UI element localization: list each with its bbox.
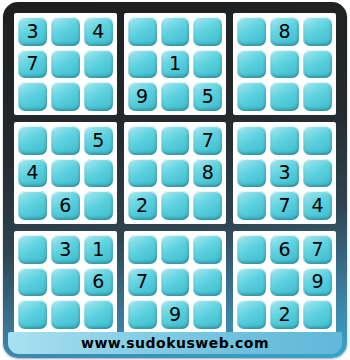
cell-r3c7[interactable] [237, 82, 266, 111]
cell-r2c5[interactable]: 1 [161, 50, 190, 79]
cell-r9c5[interactable]: 9 [161, 300, 190, 329]
cell-r6c9[interactable]: 4 [303, 191, 332, 220]
cell-r2c9[interactable] [303, 50, 332, 79]
cell-r3c9[interactable] [303, 82, 332, 111]
cell-r9c2[interactable] [51, 300, 80, 329]
footer-bar: www.sudokusweb.com [8, 332, 342, 354]
cell-r9c8[interactable]: 2 [270, 300, 299, 329]
cell-r8c2[interactable] [51, 268, 80, 297]
cell-r9c6[interactable] [193, 300, 222, 329]
sudoku-box-1-1: 782 [124, 122, 227, 224]
cell-r2c7[interactable] [237, 50, 266, 79]
cell-r2c4[interactable] [128, 50, 157, 79]
cell-r4c6[interactable]: 7 [193, 126, 222, 155]
sudoku-box-1-0: 546 [14, 122, 117, 224]
sudoku-box-2-0: 316 [14, 231, 117, 333]
cell-r5c1[interactable]: 4 [18, 159, 47, 188]
cell-r3c6[interactable]: 5 [193, 82, 222, 111]
cell-r3c2[interactable] [51, 82, 80, 111]
cell-r4c9[interactable] [303, 126, 332, 155]
cell-r4c4[interactable] [128, 126, 157, 155]
cell-r3c8[interactable] [270, 82, 299, 111]
cell-r8c6[interactable] [193, 268, 222, 297]
cell-r5c4[interactable] [128, 159, 157, 188]
cell-r7c7[interactable] [237, 235, 266, 264]
cell-r3c1[interactable] [18, 82, 47, 111]
cell-r7c6[interactable] [193, 235, 222, 264]
cell-r5c8[interactable]: 3 [270, 159, 299, 188]
cell-r9c7[interactable] [237, 300, 266, 329]
cell-r4c7[interactable] [237, 126, 266, 155]
cell-r4c3[interactable]: 5 [84, 126, 113, 155]
cell-r8c1[interactable] [18, 268, 47, 297]
cell-r5c9[interactable] [303, 159, 332, 188]
cell-r1c6[interactable] [193, 17, 222, 46]
cell-r8c7[interactable] [237, 268, 266, 297]
cell-r4c5[interactable] [161, 126, 190, 155]
cell-r5c5[interactable] [161, 159, 190, 188]
sudoku-box-2-2: 6792 [233, 231, 336, 333]
sudoku-board: 3471958546782374316796792 www.sudokusweb… [3, 2, 347, 358]
cell-r1c2[interactable] [51, 17, 80, 46]
cell-r1c7[interactable] [237, 17, 266, 46]
cell-r7c9[interactable]: 7 [303, 235, 332, 264]
sudoku-box-1-2: 374 [233, 122, 336, 224]
cell-r7c1[interactable] [18, 235, 47, 264]
cell-r2c1[interactable]: 7 [18, 50, 47, 79]
cell-r3c4[interactable]: 9 [128, 82, 157, 111]
cell-r3c3[interactable] [84, 82, 113, 111]
cell-r2c6[interactable] [193, 50, 222, 79]
cell-r1c3[interactable]: 4 [84, 17, 113, 46]
cell-r2c8[interactable] [270, 50, 299, 79]
cell-r8c4[interactable]: 7 [128, 268, 157, 297]
cell-r7c5[interactable] [161, 235, 190, 264]
cell-r2c2[interactable] [51, 50, 80, 79]
cell-r6c1[interactable] [18, 191, 47, 220]
cell-r8c9[interactable]: 9 [303, 268, 332, 297]
cell-r3c5[interactable] [161, 82, 190, 111]
sudoku-box-0-1: 195 [124, 13, 227, 115]
sudoku-box-0-0: 347 [14, 13, 117, 115]
cell-r6c7[interactable] [237, 191, 266, 220]
cell-r2c3[interactable] [84, 50, 113, 79]
sudoku-box-2-1: 79 [124, 231, 227, 333]
cell-r7c4[interactable] [128, 235, 157, 264]
cell-r6c6[interactable] [193, 191, 222, 220]
cell-r7c3[interactable]: 1 [84, 235, 113, 264]
cell-r8c8[interactable] [270, 268, 299, 297]
cell-r1c5[interactable] [161, 17, 190, 46]
cell-r9c3[interactable] [84, 300, 113, 329]
cell-r7c2[interactable]: 3 [51, 235, 80, 264]
cell-r6c3[interactable] [84, 191, 113, 220]
cell-r1c1[interactable]: 3 [18, 17, 47, 46]
cell-r8c3[interactable]: 6 [84, 268, 113, 297]
cell-r1c8[interactable]: 8 [270, 17, 299, 46]
page: 3471958546782374316796792 www.sudokusweb… [0, 0, 350, 360]
cell-r5c2[interactable] [51, 159, 80, 188]
cell-r4c8[interactable] [270, 126, 299, 155]
cell-r9c1[interactable] [18, 300, 47, 329]
website-link[interactable]: www.sudokusweb.com [81, 335, 269, 351]
cell-r5c7[interactable] [237, 159, 266, 188]
cell-r7c8[interactable]: 6 [270, 235, 299, 264]
cell-r5c3[interactable] [84, 159, 113, 188]
cell-r9c9[interactable] [303, 300, 332, 329]
cell-r5c6[interactable]: 8 [193, 159, 222, 188]
cell-r6c4[interactable]: 2 [128, 191, 157, 220]
cell-r1c4[interactable] [128, 17, 157, 46]
cell-r6c8[interactable]: 7 [270, 191, 299, 220]
cell-r1c9[interactable] [303, 17, 332, 46]
sudoku-grid: 3471958546782374316796792 [14, 13, 336, 333]
cell-r9c4[interactable] [128, 300, 157, 329]
cell-r4c1[interactable] [18, 126, 47, 155]
cell-r6c2[interactable]: 6 [51, 191, 80, 220]
cell-r4c2[interactable] [51, 126, 80, 155]
cell-r8c5[interactable] [161, 268, 190, 297]
sudoku-box-0-2: 8 [233, 13, 336, 115]
cell-r6c5[interactable] [161, 191, 190, 220]
